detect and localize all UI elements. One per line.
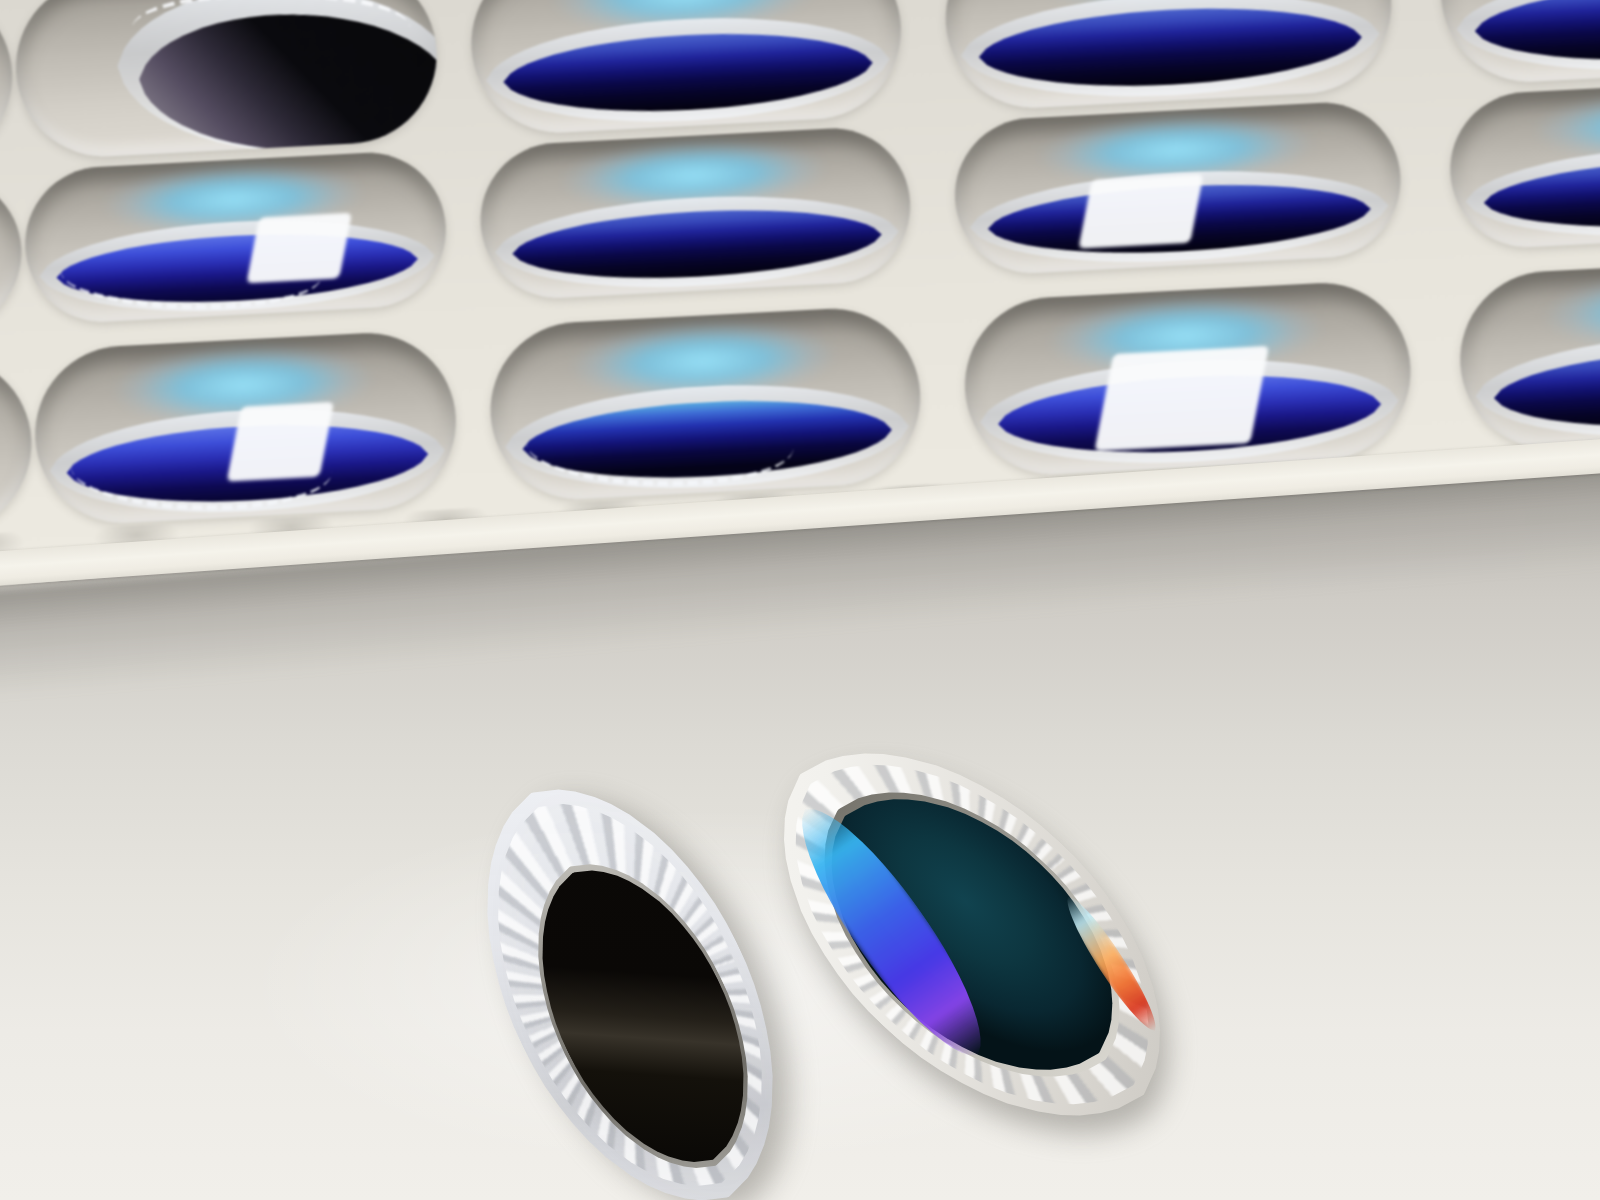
light-reflection <box>226 402 333 482</box>
loose-stone-teal-wrap <box>737 807 1207 1062</box>
tray-compartment <box>1446 72 1600 251</box>
tray-compartment <box>0 0 17 184</box>
tray-compartment <box>1456 252 1600 453</box>
light-reflection <box>1095 346 1270 451</box>
tray-compartment <box>11 0 441 161</box>
photo-scene <box>0 0 1600 1200</box>
tray-compartment <box>21 149 450 326</box>
tray-compartment <box>467 0 906 137</box>
tray-compartment <box>951 99 1405 277</box>
tray-compartment <box>477 125 915 302</box>
light-reflection <box>1079 174 1204 249</box>
tray-compartment <box>0 351 36 550</box>
tray-compartment <box>0 171 25 348</box>
tray-compartment <box>1436 0 1600 86</box>
tray-compartment <box>486 304 925 503</box>
tray-compartment <box>941 0 1396 112</box>
tray-compartment <box>31 329 461 528</box>
tray-compartment <box>960 279 1415 479</box>
light-reflection <box>247 213 352 284</box>
